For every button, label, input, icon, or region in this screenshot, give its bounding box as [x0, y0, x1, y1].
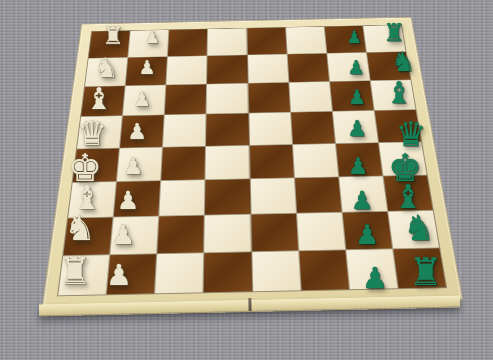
square-h3[interactable] [155, 253, 203, 293]
piece-green-pawn-b7[interactable]: ♟ [347, 58, 364, 77]
piece-white-rook-h1[interactable]: ♜ [58, 252, 92, 290]
square-f4[interactable] [205, 179, 250, 215]
piece-white-rook-a1[interactable]: ♜ [102, 24, 124, 48]
square-g3[interactable] [158, 215, 205, 253]
piece-green-pawn-f7[interactable]: ♟ [351, 188, 373, 213]
piece-white-knight-g1[interactable]: ♞ [64, 211, 95, 246]
piece-white-pawn-f2[interactable]: ♟ [117, 188, 139, 213]
square-d3[interactable] [163, 115, 206, 147]
piece-green-rook-a8[interactable]: ♜ [383, 21, 405, 45]
square-c5[interactable] [248, 83, 290, 113]
square-h4[interactable] [204, 252, 251, 292]
piece-green-pawn-g7[interactable]: ♟ [355, 221, 379, 248]
square-e4[interactable] [206, 145, 249, 179]
piece-white-bishop-c1[interactable]: ♝ [86, 84, 113, 114]
piece-green-pawn-a7[interactable]: ♟ [346, 29, 361, 46]
piece-green-knight-g8[interactable]: ♞ [403, 211, 434, 246]
piece-green-bishop-c8[interactable]: ♝ [386, 78, 413, 108]
piece-white-pawn-c2[interactable]: ♟ [133, 89, 151, 109]
piece-green-rook-h8[interactable]: ♜ [409, 253, 443, 291]
square-d4[interactable] [206, 114, 248, 146]
photo-scene: ♜♞♝♛♚♝♞♜♟♟♟♟♟♟♟♟♟♟♟♟♟♟♟♟♜♞♝♛♚♝♞♜ [0, 0, 493, 360]
square-d5[interactable] [249, 113, 292, 145]
square-b5[interactable] [248, 55, 288, 84]
piece-white-knight-b1[interactable]: ♞ [94, 54, 118, 81]
square-f6[interactable] [295, 177, 342, 213]
piece-white-pawn-g2[interactable]: ♟ [111, 221, 135, 248]
square-a3[interactable] [168, 29, 207, 56]
piece-white-pawn-a2[interactable]: ♟ [144, 29, 159, 46]
piece-green-knight-b8[interactable]: ♞ [391, 48, 415, 75]
square-a4[interactable] [208, 28, 247, 55]
square-g6[interactable] [297, 213, 345, 251]
square-d6[interactable] [291, 112, 335, 144]
square-e3[interactable] [161, 146, 205, 180]
square-f5[interactable] [250, 178, 295, 214]
square-c3[interactable] [165, 85, 206, 115]
piece-green-pawn-d7[interactable]: ♟ [347, 118, 367, 140]
square-b4[interactable] [207, 55, 247, 84]
piece-green-pawn-h7[interactable]: ♟ [362, 264, 388, 293]
piece-white-pawn-e2[interactable]: ♟ [123, 155, 144, 178]
square-c4[interactable] [207, 84, 248, 114]
square-g5[interactable] [251, 213, 298, 251]
piece-white-pawn-h2[interactable]: ♟ [106, 261, 132, 290]
piece-white-pawn-b2[interactable]: ♟ [138, 58, 155, 77]
square-h6[interactable] [299, 250, 349, 290]
square-h5[interactable] [252, 251, 300, 291]
piece-green-pawn-e7[interactable]: ♟ [348, 155, 369, 178]
piece-green-pawn-c7[interactable]: ♟ [348, 87, 366, 107]
square-a6[interactable] [286, 27, 326, 54]
square-c6[interactable] [289, 82, 332, 112]
square-g4[interactable] [205, 214, 251, 252]
piece-white-queen-d1[interactable]: ♛ [77, 116, 107, 150]
square-e6[interactable] [293, 144, 338, 178]
square-b3[interactable] [167, 56, 207, 85]
board-fold-gap [248, 298, 251, 311]
square-a5[interactable] [247, 28, 286, 55]
square-f3[interactable] [160, 180, 205, 216]
square-b6[interactable] [287, 54, 328, 83]
piece-white-pawn-d2[interactable]: ♟ [127, 121, 147, 143]
square-e5[interactable] [250, 144, 294, 178]
